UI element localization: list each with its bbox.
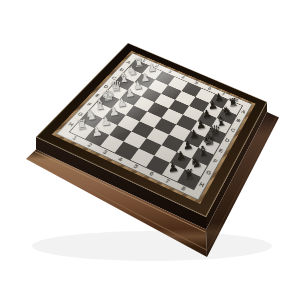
product-photo: 12345678 12345678 ABCDEFGH ABCDEFGH ♜♞♝♛… <box>0 0 300 300</box>
soft-shadow <box>32 231 272 261</box>
